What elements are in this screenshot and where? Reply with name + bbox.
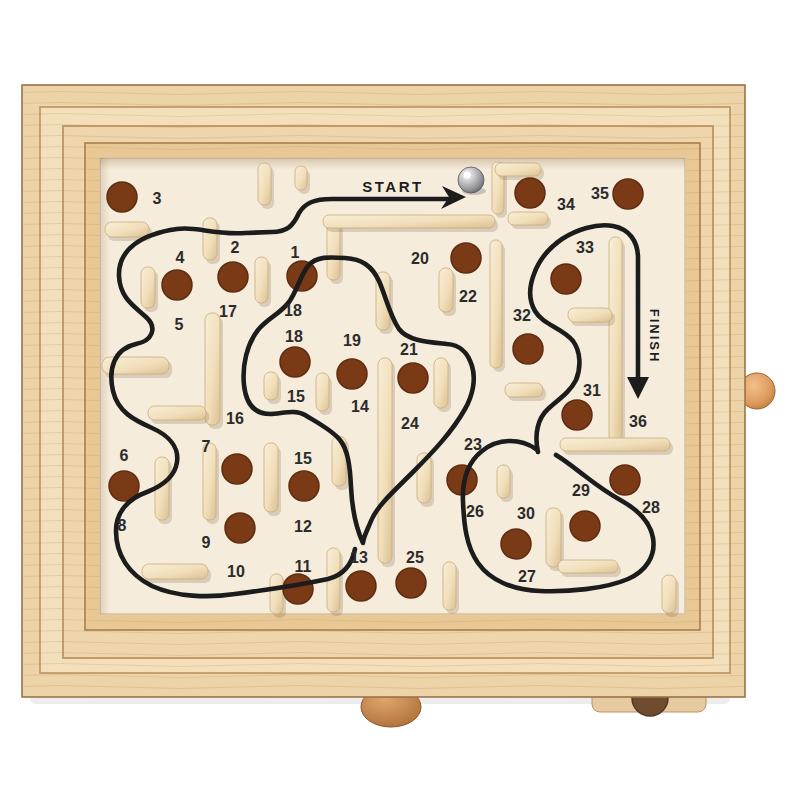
maze-hole <box>289 471 319 501</box>
hole-number-label: 27 <box>518 568 536 585</box>
wall-peg <box>508 212 548 225</box>
hole-number-label: 10 <box>227 563 245 580</box>
maze-hole <box>225 513 255 543</box>
hole-number-label: 9 <box>202 534 211 551</box>
hole-number-label: 23 <box>464 436 482 453</box>
wall-peg <box>203 218 217 260</box>
hole-number-label: 3 <box>153 190 162 207</box>
maze-hole <box>162 270 192 300</box>
maze-hole <box>451 243 481 273</box>
hole-number-label: 21 <box>400 341 418 358</box>
wall-peg <box>558 560 618 573</box>
hole-number-label: 17 <box>219 303 237 320</box>
wall-peg <box>609 237 622 442</box>
hole-number-label: 20 <box>411 250 429 267</box>
wall-peg <box>258 163 271 205</box>
maze-hole <box>613 179 643 209</box>
maze-hole <box>610 465 640 495</box>
wall-peg <box>141 267 155 308</box>
hole-number-label: 18 <box>285 328 303 345</box>
hole-number-label: 4 <box>176 249 185 266</box>
hole-number-label: 14 <box>351 398 369 415</box>
hole-number-label: 13 <box>350 549 368 566</box>
wall-peg <box>205 313 220 425</box>
wall-peg <box>662 575 676 613</box>
finish-label: FINISH <box>647 309 662 364</box>
hole-number-label: 36 <box>629 413 647 430</box>
wall-peg <box>439 268 453 312</box>
hole-number-label: 8 <box>118 517 127 534</box>
hole-number-label: 25 <box>406 549 424 566</box>
hole-number-label: 11 <box>295 558 312 575</box>
hole-number-label: 33 <box>576 239 594 256</box>
hole-number-label: 7 <box>202 438 211 455</box>
hole-number-label: 18 <box>284 302 302 319</box>
wall-peg <box>255 257 268 303</box>
hole-number-label: 19 <box>343 332 361 349</box>
maze-hole <box>218 262 248 292</box>
hole-number-label: 5 <box>175 316 184 333</box>
wall-peg <box>434 358 448 408</box>
hole-number-label: 6 <box>120 447 129 464</box>
labyrinth-board-photo: 1234567891011121314151516171818192021222… <box>0 0 800 800</box>
wall-peg <box>148 406 206 420</box>
hole-number-label: 31 <box>583 382 601 399</box>
maze-hole <box>501 529 531 559</box>
wall-peg <box>490 240 502 368</box>
maze-hole <box>562 400 592 430</box>
maze-hole <box>346 571 376 601</box>
wall-peg <box>295 166 307 190</box>
hole-number-label: 34 <box>557 196 575 213</box>
wall-peg <box>264 372 278 400</box>
wall-peg <box>443 562 456 610</box>
hole-number-label: 35 <box>591 185 609 202</box>
wall-peg <box>505 383 543 397</box>
ball-highlight <box>464 172 471 179</box>
steel-ball[interactable] <box>458 167 484 193</box>
wall-peg <box>560 438 670 451</box>
wall-peg <box>142 564 208 579</box>
maze-hole <box>513 334 543 364</box>
wall-peg <box>323 215 495 228</box>
labyrinth-board: 1234567891011121314151516171818192021222… <box>0 0 800 800</box>
wall-peg <box>270 574 283 614</box>
maze-hole <box>337 359 367 389</box>
floor-top-shadow <box>100 158 685 170</box>
hole-number-label: 1 <box>291 244 300 261</box>
wall-peg <box>568 308 612 322</box>
maze-hole <box>570 511 600 541</box>
hole-number-label: 30 <box>517 505 535 522</box>
maze-hole <box>107 182 137 212</box>
start-label: START <box>362 178 423 195</box>
hole-number-label: 24 <box>401 415 419 432</box>
wall-peg <box>105 222 149 237</box>
maze-hole <box>280 347 310 377</box>
maze-hole <box>283 574 313 604</box>
maze-hole <box>515 178 545 208</box>
hole-number-label: 28 <box>642 499 660 516</box>
wall-peg <box>546 508 561 567</box>
maze-hole <box>222 454 252 484</box>
wall-peg <box>316 373 329 411</box>
wall-peg <box>497 465 510 498</box>
hole-number-label: 15 <box>287 388 305 405</box>
wall-peg <box>378 358 392 563</box>
hole-number-label: 22 <box>459 288 477 305</box>
hole-number-label: 12 <box>294 518 312 535</box>
hole-number-label: 29 <box>572 482 590 499</box>
hole-number-label: 16 <box>226 410 244 427</box>
hole-number-label: 26 <box>466 503 484 520</box>
wall-peg <box>495 163 541 176</box>
hole-number-label: 32 <box>513 307 531 324</box>
maze-hole <box>551 264 581 294</box>
maze-hole <box>398 363 428 393</box>
wall-peg <box>264 443 278 512</box>
maze-hole <box>396 568 426 598</box>
hole-number-label: 2 <box>231 239 240 256</box>
hole-number-label: 15 <box>294 450 312 467</box>
